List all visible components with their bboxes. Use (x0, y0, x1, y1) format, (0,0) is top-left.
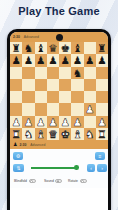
opponent-avatar (56, 34, 63, 41)
toggle-sound-switch[interactable] (55, 179, 62, 183)
white-pawn: ♟ (71, 116, 83, 128)
black-pawn: ♟ (59, 54, 71, 66)
square-a8[interactable]: ♜ (10, 42, 22, 54)
white-pawn: ♟ (84, 103, 96, 115)
square-c8[interactable]: ♝ (35, 42, 47, 54)
white-rook: ♜ (10, 128, 22, 140)
square-d1[interactable]: ♛ (47, 128, 59, 140)
square-a6[interactable] (10, 67, 22, 79)
square-e5[interactable] (59, 79, 71, 91)
square-e4[interactable] (59, 91, 71, 103)
square-b1[interactable]: ♞ (22, 128, 34, 140)
white-rook: ♜ (96, 128, 108, 140)
square-h1[interactable]: ♜ (96, 128, 108, 140)
white-pawn: ♟ (96, 116, 108, 128)
square-g3[interactable]: ♟ (84, 103, 96, 115)
square-g4[interactable] (84, 91, 96, 103)
black-pawn: ♟ (10, 54, 22, 66)
square-f7[interactable]: ♟ (71, 54, 83, 66)
white-knight: ♞ (22, 128, 34, 140)
square-e8[interactable]: ♚ (59, 42, 71, 54)
square-h2[interactable]: ♟ (96, 116, 108, 128)
square-b2[interactable]: ♟ (22, 116, 34, 128)
square-e6[interactable] (59, 67, 71, 79)
square-d7[interactable]: ♟ (47, 54, 59, 66)
square-b6[interactable] (22, 67, 34, 79)
square-h5[interactable] (96, 79, 108, 91)
black-bishop: ♝ (71, 42, 83, 54)
white-bishop: ♝ (71, 128, 83, 140)
black-queen: ♛ (47, 42, 59, 54)
menu-button[interactable]: ≡ (95, 152, 105, 160)
square-d8[interactable]: ♛ (47, 42, 59, 54)
opponent-bar: 2:30 Advanced (10, 32, 108, 42)
square-e2[interactable]: ♟ (59, 116, 71, 128)
white-queen: ♛ (47, 128, 59, 140)
white-pawn: ♟ (10, 116, 22, 128)
square-c2[interactable]: ♟ (35, 116, 47, 128)
toggle-blindfold-label: Blindfold (14, 179, 27, 183)
square-a3[interactable] (10, 103, 22, 115)
black-pawn: ♟ (84, 54, 96, 66)
white-king: ♚ (59, 128, 71, 140)
square-h4[interactable] (96, 91, 108, 103)
square-e1[interactable]: ♚ (59, 128, 71, 140)
square-f3[interactable] (71, 103, 83, 115)
app-screenshot: Play The Game 2:30 Advanced ♜♞♝♛♚♝♜♟♟♟♟♟… (0, 0, 118, 210)
square-d4[interactable] (47, 91, 59, 103)
phone-screen: 2:30 Advanced ♜♞♝♛♚♝♜♟♟♟♟♟♟♟♟♞♟♟♟♟♟♟♟♟♜♞… (10, 32, 108, 210)
white-pawn: ♟ (59, 116, 71, 128)
page-title: Play The Game (0, 5, 118, 17)
square-d2[interactable]: ♟ (47, 116, 59, 128)
black-pawn: ♟ (22, 54, 34, 66)
toggle-rotate-label: Rotate (68, 179, 78, 183)
toggle-knob (81, 180, 84, 183)
square-f2[interactable]: ♟ (71, 116, 83, 128)
move-slider-handle[interactable] (74, 165, 79, 170)
toggle-knob (30, 180, 33, 183)
square-h3[interactable] (96, 103, 108, 115)
black-rook: ♜ (96, 42, 108, 54)
white-knight: ♞ (84, 128, 96, 140)
square-a2[interactable]: ♟ (10, 116, 22, 128)
undo-button[interactable]: ‹ (87, 164, 95, 172)
chess-board[interactable]: ♜♞♝♛♚♝♜♟♟♟♟♟♟♟♟♞♟♟♟♟♟♟♟♟♜♞♝♛♚♝♞♜ (10, 42, 108, 140)
square-e3[interactable] (59, 103, 71, 115)
white-pawn: ♟ (47, 116, 59, 128)
square-d6[interactable] (47, 67, 59, 79)
black-king: ♚ (59, 42, 71, 54)
square-c5[interactable] (35, 79, 47, 91)
settings-toggles: Blindfold Sound Rotate (10, 176, 108, 188)
toggle-blindfold-switch[interactable] (29, 179, 36, 183)
redo-button[interactable]: › (97, 164, 107, 172)
square-e7[interactable]: ♟ (59, 54, 71, 66)
square-a5[interactable] (10, 79, 22, 91)
square-f5[interactable] (71, 79, 83, 91)
pawn-icon: ♟ (13, 142, 17, 147)
square-d5[interactable] (47, 79, 59, 91)
square-g8[interactable] (84, 42, 96, 54)
square-a4[interactable] (10, 91, 22, 103)
square-b3[interactable] (22, 103, 34, 115)
black-rook: ♜ (10, 42, 22, 54)
black-pawn: ♟ (96, 54, 108, 66)
square-c3[interactable] (35, 103, 47, 115)
phone-mockup: 2:30 Advanced ♜♞♝♛♚♝♜♟♟♟♟♟♟♟♟♞♟♟♟♟♟♟♟♟♜♞… (7, 29, 111, 210)
black-knight: ♞ (71, 67, 83, 79)
square-g5[interactable] (84, 79, 96, 91)
square-a7[interactable]: ♟ (10, 54, 22, 66)
screen-empty-area (10, 188, 108, 210)
opponent-clock: 2:30 (13, 35, 20, 39)
square-d3[interactable] (47, 103, 59, 115)
toggle-sound-label: Sound (44, 179, 54, 183)
settings-button[interactable]: ⚙ (13, 152, 23, 160)
square-h8[interactable]: ♜ (96, 42, 108, 54)
square-h7[interactable]: ♟ (96, 54, 108, 66)
square-c7[interactable]: ♟ (35, 54, 47, 66)
opponent-name: Advanced (24, 35, 39, 39)
toggle-sound[interactable]: Sound (44, 179, 62, 183)
square-f8[interactable]: ♝ (71, 42, 83, 54)
player-bar: ♟ 2:30 Advanced (10, 140, 108, 149)
square-h6[interactable] (96, 67, 108, 79)
flip-board-button[interactable]: ⇅ (13, 164, 24, 172)
toggle-rotate-switch[interactable] (80, 179, 87, 183)
square-g1[interactable]: ♞ (84, 128, 96, 140)
square-c6[interactable] (35, 67, 47, 79)
square-b8[interactable]: ♞ (22, 42, 34, 54)
toggle-rotate[interactable]: Rotate (68, 179, 87, 183)
white-pawn: ♟ (22, 116, 34, 128)
square-g2[interactable] (84, 116, 96, 128)
square-g7[interactable]: ♟ (84, 54, 96, 66)
square-b4[interactable] (22, 91, 34, 103)
square-f6[interactable]: ♞ (71, 67, 83, 79)
black-pawn: ♟ (35, 54, 47, 66)
square-b5[interactable] (22, 79, 34, 91)
black-knight: ♞ (22, 42, 34, 54)
square-a1[interactable]: ♜ (10, 128, 22, 140)
square-g6[interactable] (84, 67, 96, 79)
square-f1[interactable]: ♝ (71, 128, 83, 140)
square-c1[interactable]: ♝ (35, 128, 47, 140)
square-f4[interactable] (71, 91, 83, 103)
toggle-knob (57, 180, 60, 183)
black-pawn: ♟ (71, 54, 83, 66)
black-pawn: ♟ (47, 54, 59, 66)
toggle-blindfold[interactable]: Blindfold (14, 179, 36, 183)
black-bishop: ♝ (35, 42, 47, 54)
player-clock: 2:30 (19, 143, 26, 147)
square-b7[interactable]: ♟ (22, 54, 34, 66)
square-c4[interactable] (35, 91, 47, 103)
move-slider-track[interactable] (31, 167, 76, 168)
white-pawn: ♟ (35, 116, 47, 128)
white-bishop: ♝ (35, 128, 47, 140)
player-name: Advanced (30, 143, 45, 147)
control-panel: ⚙ ≡ ⇅ ‹ › (10, 149, 108, 176)
